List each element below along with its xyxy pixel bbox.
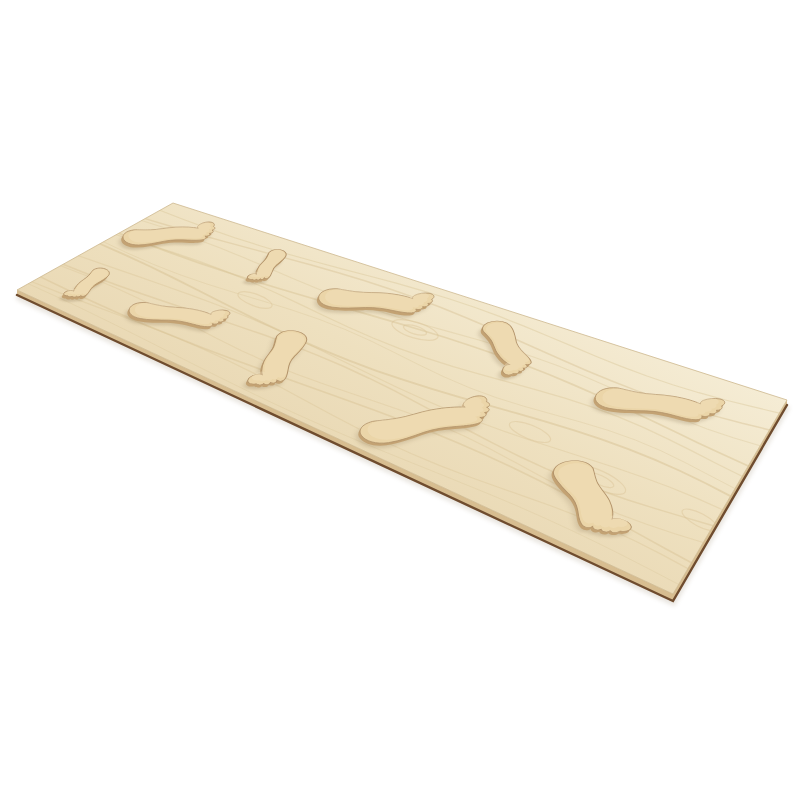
board-and-footprints xyxy=(17,203,787,602)
product-photo-canvas xyxy=(0,0,800,800)
scene-svg xyxy=(0,0,800,800)
